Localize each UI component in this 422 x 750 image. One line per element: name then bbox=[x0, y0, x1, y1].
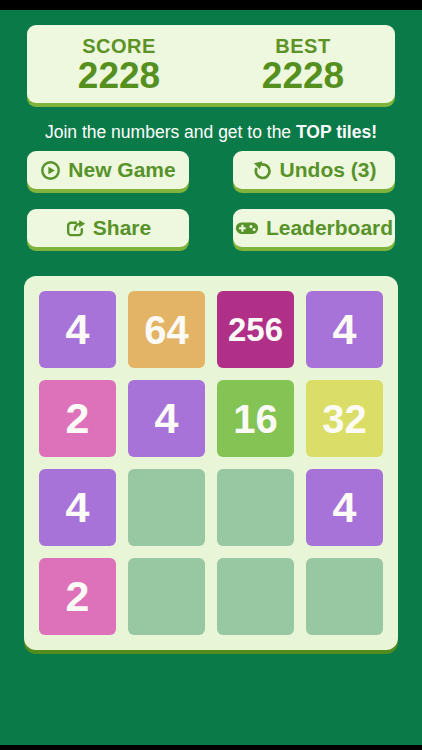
gamepad-icon bbox=[235, 219, 259, 237]
empty-cell bbox=[217, 558, 294, 635]
share-button[interactable]: Share bbox=[27, 209, 189, 247]
share-icon bbox=[65, 218, 86, 239]
score-box: SCORE 2228 bbox=[27, 25, 211, 103]
board[interactable]: 4642564241632442 bbox=[24, 276, 398, 650]
tile-64: 64 bbox=[128, 291, 205, 368]
tile-256: 256 bbox=[217, 291, 294, 368]
game-screen: SCORE 2228 BEST 2228 Join the numbers an… bbox=[0, 10, 422, 745]
tile-4: 4 bbox=[306, 469, 383, 546]
best-box: BEST 2228 bbox=[211, 25, 395, 103]
share-label: Share bbox=[93, 216, 151, 240]
undo-icon bbox=[252, 160, 273, 181]
tile-16: 16 bbox=[217, 380, 294, 457]
play-circle-icon bbox=[40, 160, 61, 181]
empty-cell bbox=[128, 469, 205, 546]
score-value: 2228 bbox=[78, 57, 160, 96]
best-value: 2228 bbox=[262, 57, 344, 96]
empty-cell bbox=[306, 558, 383, 635]
tagline-bold: TOP tiles! bbox=[296, 122, 377, 142]
new-game-button[interactable]: New Game bbox=[27, 151, 189, 189]
tagline: Join the numbers and get to the TOP tile… bbox=[0, 122, 422, 143]
tile-32: 32 bbox=[306, 380, 383, 457]
tile-4: 4 bbox=[128, 380, 205, 457]
tile-2: 2 bbox=[39, 558, 116, 635]
tile-4: 4 bbox=[39, 291, 116, 368]
best-label: BEST bbox=[275, 35, 330, 57]
undos-button[interactable]: Undos (3) bbox=[233, 151, 395, 189]
leaderboard-label: Leaderboard bbox=[266, 216, 393, 240]
tile-4: 4 bbox=[306, 291, 383, 368]
new-game-label: New Game bbox=[68, 158, 175, 182]
board-grid: 4642564241632442 bbox=[39, 291, 383, 635]
empty-cell bbox=[128, 558, 205, 635]
undos-label: Undos (3) bbox=[280, 158, 377, 182]
score-label: SCORE bbox=[82, 35, 156, 57]
tagline-text: Join the numbers and get to the bbox=[45, 122, 296, 142]
leaderboard-button[interactable]: Leaderboard bbox=[233, 209, 395, 247]
empty-cell bbox=[217, 469, 294, 546]
score-panel: SCORE 2228 BEST 2228 bbox=[27, 25, 395, 103]
tile-2: 2 bbox=[39, 380, 116, 457]
tile-4: 4 bbox=[39, 469, 116, 546]
